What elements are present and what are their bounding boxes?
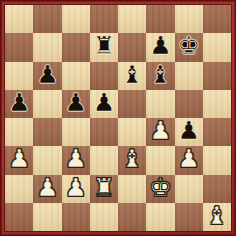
square-a2[interactable] (5, 175, 33, 203)
square-a7[interactable] (5, 33, 33, 61)
square-a1[interactable] (5, 203, 33, 231)
square-h8[interactable] (203, 5, 231, 33)
white-pawn-c3[interactable]: ♟ (64, 146, 86, 173)
square-c4[interactable] (62, 118, 90, 146)
white-pawn-g3[interactable]: ♟ (177, 146, 199, 173)
black-bishop-e6[interactable]: ♝ (121, 62, 143, 89)
square-h2[interactable] (203, 175, 231, 203)
square-e4[interactable] (118, 118, 146, 146)
black-pawn-b6[interactable]: ♟ (36, 62, 58, 89)
square-b8[interactable] (33, 5, 61, 33)
square-f8[interactable] (146, 5, 174, 33)
square-h6[interactable] (203, 62, 231, 90)
square-b2[interactable]: ♟ (33, 175, 61, 203)
square-b1[interactable] (33, 203, 61, 231)
square-g1[interactable] (175, 203, 203, 231)
square-a8[interactable] (5, 5, 33, 33)
square-c7[interactable] (62, 33, 90, 61)
square-g4[interactable]: ♟ (175, 118, 203, 146)
square-e6[interactable]: ♝ (118, 62, 146, 90)
square-d7[interactable]: ♜ (90, 33, 118, 61)
square-g8[interactable] (175, 5, 203, 33)
square-b5[interactable] (33, 90, 61, 118)
black-king-g7[interactable]: ♚ (177, 33, 199, 60)
square-f1[interactable] (146, 203, 174, 231)
square-f5[interactable] (146, 90, 174, 118)
square-d1[interactable] (90, 203, 118, 231)
white-bishop-h1[interactable]: ♝ (206, 203, 228, 230)
square-e2[interactable] (118, 175, 146, 203)
square-b6[interactable]: ♟ (33, 62, 61, 90)
white-pawn-c2[interactable]: ♟ (64, 175, 86, 202)
black-pawn-a5[interactable]: ♟ (8, 90, 30, 117)
white-rook-d2[interactable]: ♜ (93, 175, 115, 202)
square-h3[interactable] (203, 146, 231, 174)
square-a6[interactable] (5, 62, 33, 90)
square-f7[interactable]: ♟ (146, 33, 174, 61)
square-g5[interactable] (175, 90, 203, 118)
square-f6[interactable]: ♝ (146, 62, 174, 90)
square-g2[interactable] (175, 175, 203, 203)
square-b7[interactable] (33, 33, 61, 61)
white-pawn-b2[interactable]: ♟ (36, 175, 58, 202)
square-e7[interactable] (118, 33, 146, 61)
square-g3[interactable]: ♟ (175, 146, 203, 174)
black-pawn-c5[interactable]: ♟ (64, 90, 86, 117)
chess-board: ♜♟♚♟♝♝♟♟♟♟♟♟♟♝♟♟♟♜♚♝ (5, 5, 231, 231)
square-h4[interactable] (203, 118, 231, 146)
square-c5[interactable]: ♟ (62, 90, 90, 118)
square-h7[interactable] (203, 33, 231, 61)
square-f4[interactable]: ♟ (146, 118, 174, 146)
white-bishop-e3[interactable]: ♝ (121, 146, 143, 173)
square-c8[interactable] (62, 5, 90, 33)
square-d5[interactable]: ♟ (90, 90, 118, 118)
square-g7[interactable]: ♚ (175, 33, 203, 61)
square-d4[interactable] (90, 118, 118, 146)
square-c2[interactable]: ♟ (62, 175, 90, 203)
square-f2[interactable]: ♚ (146, 175, 174, 203)
square-d2[interactable]: ♜ (90, 175, 118, 203)
square-a4[interactable] (5, 118, 33, 146)
square-a3[interactable]: ♟ (5, 146, 33, 174)
white-pawn-f4[interactable]: ♟ (149, 118, 171, 145)
square-d6[interactable] (90, 62, 118, 90)
square-h1[interactable]: ♝ (203, 203, 231, 231)
square-d3[interactable] (90, 146, 118, 174)
square-a5[interactable]: ♟ (5, 90, 33, 118)
square-c3[interactable]: ♟ (62, 146, 90, 174)
square-e3[interactable]: ♝ (118, 146, 146, 174)
square-e5[interactable] (118, 90, 146, 118)
square-d8[interactable] (90, 5, 118, 33)
white-pawn-a3[interactable]: ♟ (8, 146, 30, 173)
square-f3[interactable] (146, 146, 174, 174)
square-b4[interactable] (33, 118, 61, 146)
square-b3[interactable] (33, 146, 61, 174)
square-h5[interactable] (203, 90, 231, 118)
square-g6[interactable] (175, 62, 203, 90)
black-pawn-d5[interactable]: ♟ (93, 90, 115, 117)
black-rook-d7[interactable]: ♜ (93, 33, 115, 60)
square-c1[interactable] (62, 203, 90, 231)
square-c6[interactable] (62, 62, 90, 90)
black-pawn-g4[interactable]: ♟ (177, 118, 199, 145)
square-e8[interactable] (118, 5, 146, 33)
board-frame: ♜♟♚♟♝♝♟♟♟♟♟♟♟♝♟♟♟♜♚♝ (0, 0, 236, 236)
black-bishop-f6[interactable]: ♝ (149, 62, 171, 89)
black-pawn-f7[interactable]: ♟ (149, 33, 171, 60)
white-king-f2[interactable]: ♚ (149, 175, 171, 202)
square-e1[interactable] (118, 203, 146, 231)
